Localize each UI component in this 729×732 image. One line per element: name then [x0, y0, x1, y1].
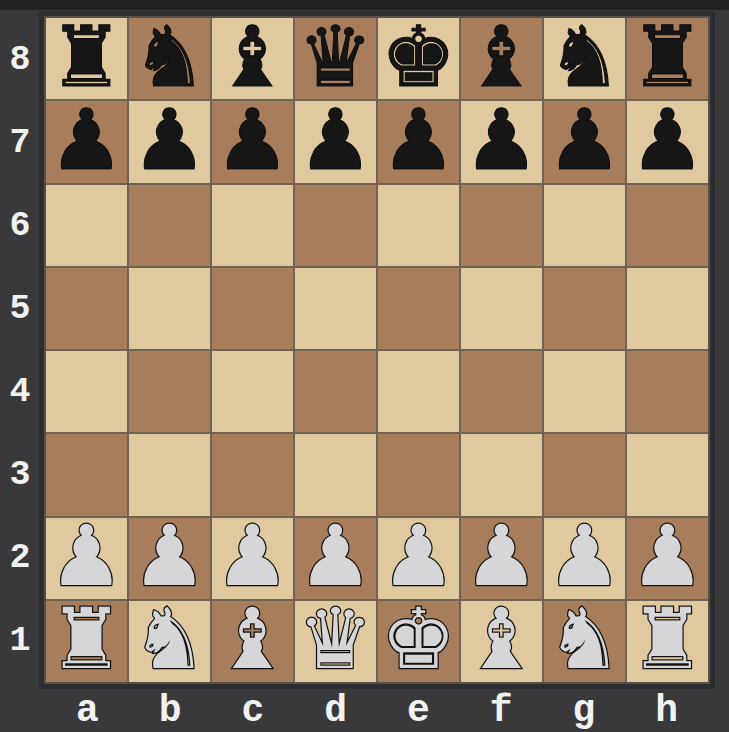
piece-black-knight[interactable]: ♞ [547, 18, 622, 99]
piece-black-pawn[interactable]: ♟ [464, 101, 539, 182]
rank-label-1: 1 [0, 599, 40, 682]
square-d1[interactable]: ♛ [295, 601, 376, 682]
file-label-e: e [377, 682, 460, 732]
square-e7[interactable]: ♟ [378, 101, 459, 182]
square-c2[interactable]: ♟ [212, 518, 293, 599]
piece-black-rook[interactable]: ♜ [630, 18, 705, 99]
square-c7[interactable]: ♟ [212, 101, 293, 182]
square-f1[interactable]: ♝ [461, 601, 542, 682]
square-d2[interactable]: ♟ [295, 518, 376, 599]
square-f2[interactable]: ♟ [461, 518, 542, 599]
square-e5[interactable] [378, 268, 459, 349]
square-h8[interactable]: ♜ [627, 18, 708, 99]
square-b5[interactable] [129, 268, 210, 349]
square-e3[interactable] [378, 434, 459, 515]
square-d7[interactable]: ♟ [295, 101, 376, 182]
piece-white-bishop[interactable]: ♝ [215, 601, 290, 682]
square-e1[interactable]: ♚ [378, 601, 459, 682]
square-g7[interactable]: ♟ [544, 101, 625, 182]
square-a7[interactable]: ♟ [46, 101, 127, 182]
piece-white-pawn[interactable]: ♟ [464, 518, 539, 599]
file-label-c: c [212, 682, 295, 732]
file-label-a: a [46, 682, 129, 732]
square-a8[interactable]: ♜ [46, 18, 127, 99]
file-label-b: b [129, 682, 212, 732]
square-g4[interactable] [544, 351, 625, 432]
square-a1[interactable]: ♜ [46, 601, 127, 682]
rank-label-5: 5 [0, 267, 40, 350]
square-c5[interactable] [212, 268, 293, 349]
square-f5[interactable] [461, 268, 542, 349]
chess-board[interactable]: ♜♞♝♛♚♝♞♜♟♟♟♟♟♟♟♟♟♟♟♟♟♟♟♟♜♞♝♛♚♝♞♜ [46, 18, 708, 682]
square-c6[interactable] [212, 185, 293, 266]
piece-black-king[interactable]: ♚ [381, 18, 456, 99]
piece-white-pawn[interactable]: ♟ [298, 518, 373, 599]
piece-black-pawn[interactable]: ♟ [49, 101, 124, 182]
square-e8[interactable]: ♚ [378, 18, 459, 99]
square-b4[interactable] [129, 351, 210, 432]
piece-black-bishop[interactable]: ♝ [215, 18, 290, 99]
rank-label-3: 3 [0, 433, 40, 516]
square-e4[interactable] [378, 351, 459, 432]
square-c1[interactable]: ♝ [212, 601, 293, 682]
file-label-g: g [543, 682, 626, 732]
rank-label-2: 2 [0, 516, 40, 599]
piece-black-pawn[interactable]: ♟ [215, 101, 290, 182]
square-g3[interactable] [544, 434, 625, 515]
piece-white-pawn[interactable]: ♟ [215, 518, 290, 599]
window-top-strip [0, 0, 729, 10]
chess-board-window: 87654321 ♜♞♝♛♚♝♞♜♟♟♟♟♟♟♟♟♟♟♟♟♟♟♟♟♜♞♝♛♚♝♞… [0, 0, 729, 732]
square-f4[interactable] [461, 351, 542, 432]
square-h5[interactable] [627, 268, 708, 349]
square-b8[interactable]: ♞ [129, 18, 210, 99]
square-h4[interactable] [627, 351, 708, 432]
square-a4[interactable] [46, 351, 127, 432]
rank-labels-rail: 87654321 [0, 18, 40, 682]
square-e2[interactable]: ♟ [378, 518, 459, 599]
piece-white-pawn[interactable]: ♟ [547, 518, 622, 599]
piece-white-king[interactable]: ♚ [381, 601, 456, 682]
square-a5[interactable] [46, 268, 127, 349]
file-label-h: h [625, 682, 708, 732]
file-label-f: f [460, 682, 543, 732]
square-f6[interactable] [461, 185, 542, 266]
square-h1[interactable]: ♜ [627, 601, 708, 682]
square-h3[interactable] [627, 434, 708, 515]
piece-white-knight[interactable]: ♞ [547, 601, 622, 682]
piece-black-rook[interactable]: ♜ [49, 18, 124, 99]
square-g2[interactable]: ♟ [544, 518, 625, 599]
square-d3[interactable] [295, 434, 376, 515]
square-a6[interactable] [46, 185, 127, 266]
square-b6[interactable] [129, 185, 210, 266]
square-c4[interactable] [212, 351, 293, 432]
piece-white-rook[interactable]: ♜ [49, 601, 124, 682]
square-f8[interactable]: ♝ [461, 18, 542, 99]
piece-black-queen[interactable]: ♛ [298, 18, 373, 99]
rank-label-6: 6 [0, 184, 40, 267]
square-f3[interactable] [461, 434, 542, 515]
square-h7[interactable]: ♟ [627, 101, 708, 182]
piece-black-pawn[interactable]: ♟ [630, 101, 705, 182]
piece-white-rook[interactable]: ♜ [630, 601, 705, 682]
square-b3[interactable] [129, 434, 210, 515]
square-a3[interactable] [46, 434, 127, 515]
square-c3[interactable] [212, 434, 293, 515]
piece-black-pawn[interactable]: ♟ [132, 101, 207, 182]
square-f7[interactable]: ♟ [461, 101, 542, 182]
piece-white-queen[interactable]: ♛ [298, 601, 373, 682]
piece-black-bishop[interactable]: ♝ [464, 18, 539, 99]
square-g5[interactable] [544, 268, 625, 349]
file-label-d: d [294, 682, 377, 732]
square-b7[interactable]: ♟ [129, 101, 210, 182]
rank-label-7: 7 [0, 101, 40, 184]
square-h6[interactable] [627, 185, 708, 266]
square-b1[interactable]: ♞ [129, 601, 210, 682]
square-g1[interactable]: ♞ [544, 601, 625, 682]
square-g8[interactable]: ♞ [544, 18, 625, 99]
square-g6[interactable] [544, 185, 625, 266]
file-labels-rail: abcdefgh [46, 682, 708, 732]
piece-black-knight[interactable]: ♞ [132, 18, 207, 99]
square-d4[interactable] [295, 351, 376, 432]
piece-black-pawn[interactable]: ♟ [381, 101, 456, 182]
rank-label-8: 8 [0, 18, 40, 101]
piece-white-pawn[interactable]: ♟ [630, 518, 705, 599]
piece-white-bishop[interactable]: ♝ [464, 601, 539, 682]
square-e6[interactable] [378, 185, 459, 266]
rank-label-4: 4 [0, 350, 40, 433]
piece-white-pawn[interactable]: ♟ [132, 518, 207, 599]
square-b2[interactable]: ♟ [129, 518, 210, 599]
square-a2[interactable]: ♟ [46, 518, 127, 599]
square-h2[interactable]: ♟ [627, 518, 708, 599]
piece-black-pawn[interactable]: ♟ [547, 101, 622, 182]
square-d8[interactable]: ♛ [295, 18, 376, 99]
square-d6[interactable] [295, 185, 376, 266]
piece-white-pawn[interactable]: ♟ [49, 518, 124, 599]
square-c8[interactable]: ♝ [212, 18, 293, 99]
piece-white-pawn[interactable]: ♟ [381, 518, 456, 599]
piece-white-knight[interactable]: ♞ [132, 601, 207, 682]
piece-black-pawn[interactable]: ♟ [298, 101, 373, 182]
square-d5[interactable] [295, 268, 376, 349]
